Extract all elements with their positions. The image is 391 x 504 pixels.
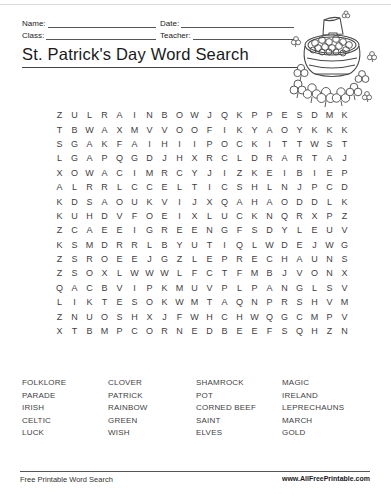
letter-grid: ZULRAINBOWJQKPPESDMKTBWAXMVVOOFIKYAOYKKK… — [52, 108, 352, 338]
header-row-2: Class: Teacher: — [22, 28, 298, 40]
grid-cell: V — [112, 209, 127, 223]
grid-cell: W — [247, 309, 262, 323]
grid-cell: S — [67, 238, 82, 252]
grid-cell: H — [247, 194, 262, 208]
grid-cell: C — [127, 324, 142, 338]
grid-cell: A — [277, 151, 292, 165]
grid-cell: G — [277, 309, 292, 323]
grid-cell: M — [247, 266, 262, 280]
grid-cell: P — [307, 180, 322, 194]
grid-cell: A — [112, 108, 127, 122]
grid-cell: G — [337, 238, 352, 252]
grid-cell: H — [307, 324, 322, 338]
name-blank-line — [48, 17, 156, 28]
grid-cell: G — [217, 223, 232, 237]
grid-cell: X — [187, 151, 202, 165]
grid-cell: O — [307, 266, 322, 280]
grid-cell: K — [52, 209, 67, 223]
grid-cell: U — [82, 309, 97, 323]
footer-left-text: Free Printable Word Search — [20, 475, 113, 484]
grid-cell: E — [247, 252, 262, 266]
grid-cell: F — [187, 266, 202, 280]
grid-cell: L — [232, 151, 247, 165]
grid-cell: C — [112, 166, 127, 180]
grid-cell: I — [127, 281, 142, 295]
grid-cell: T — [217, 266, 232, 280]
grid-cell: P — [337, 166, 352, 180]
grid-cell: B — [67, 122, 82, 136]
grid-cell: W — [142, 266, 157, 280]
grid-cell: L — [52, 151, 67, 165]
grid-cell: W — [82, 166, 97, 180]
grid-cell: F — [262, 324, 277, 338]
grid-cell: X — [97, 266, 112, 280]
grid-cell: W — [187, 108, 202, 122]
grid-cell: I — [217, 166, 232, 180]
grid-cell: W — [82, 122, 97, 136]
grid-cell: T — [52, 122, 67, 136]
grid-cell: V — [337, 223, 352, 237]
grid-cell: O — [97, 252, 112, 266]
grid-cell: V — [337, 281, 352, 295]
grid-cell: E — [112, 223, 127, 237]
word-list-item: IRISH — [22, 402, 108, 415]
grid-cell: H — [127, 309, 142, 323]
grid-cell: P — [112, 324, 127, 338]
grid-cell: B — [292, 166, 307, 180]
word-list-item: SAINT — [196, 415, 282, 428]
grid-cell: B — [82, 324, 97, 338]
grid-cell: P — [202, 137, 217, 151]
grid-cell: D — [67, 194, 82, 208]
class-label: Class: — [22, 31, 46, 40]
grid-cell: O — [277, 194, 292, 208]
grid-cell: L — [67, 180, 82, 194]
grid-cell: L — [142, 238, 157, 252]
grid-cell: A — [262, 194, 277, 208]
date-label: Date: — [160, 19, 181, 28]
grid-cell: A — [82, 151, 97, 165]
grid-cell: C — [127, 180, 142, 194]
grid-cell: B — [262, 266, 277, 280]
grid-cell: K — [337, 122, 352, 136]
grid-cell: H — [277, 252, 292, 266]
grid-cell: D — [307, 194, 322, 208]
grid-cell: I — [127, 166, 142, 180]
grid-cell: E — [112, 295, 127, 309]
grid-cell: J — [277, 266, 292, 280]
grid-cell: A — [52, 180, 67, 194]
grid-cell: H — [202, 309, 217, 323]
grid-cell: I — [262, 137, 277, 151]
grid-cell: I — [172, 137, 187, 151]
grid-cell: Q — [262, 309, 277, 323]
grid-cell: B — [97, 281, 112, 295]
grid-cell: G — [67, 137, 82, 151]
grid-cell: Y — [247, 122, 262, 136]
word-list-item: LUCK — [22, 427, 108, 440]
grid-cell: T — [307, 151, 322, 165]
grid-cell: O — [67, 166, 82, 180]
grid-cell: R — [157, 324, 172, 338]
grid-cell: E — [187, 324, 202, 338]
grid-cell: H — [82, 209, 97, 223]
grid-cell: Z — [52, 309, 67, 323]
grid-cell: M — [187, 295, 202, 309]
grid-cell: K — [307, 122, 322, 136]
grid-cell: X — [337, 266, 352, 280]
grid-cell: D — [337, 180, 352, 194]
grid-cell: C — [217, 180, 232, 194]
grid-cell: F — [202, 122, 217, 136]
grid-cell: H — [232, 309, 247, 323]
grid-cell: D — [307, 108, 322, 122]
grid-cell: A — [97, 122, 112, 136]
grid-cell: G — [67, 151, 82, 165]
grid-cell: V — [112, 281, 127, 295]
class-blank-line — [46, 29, 156, 40]
grid-cell: N — [142, 108, 157, 122]
grid-cell: A — [97, 166, 112, 180]
grid-cell: Q — [52, 281, 67, 295]
grid-cell: W — [157, 266, 172, 280]
grid-cell: X — [202, 194, 217, 208]
name-label: Name: — [22, 19, 48, 28]
grid-cell: O — [172, 122, 187, 136]
grid-cell: B — [217, 324, 232, 338]
grid-cell: N — [277, 281, 292, 295]
grid-cell: E — [157, 209, 172, 223]
grid-cell: N — [277, 180, 292, 194]
grid-cell: T — [97, 295, 112, 309]
grid-cell: O — [142, 209, 157, 223]
grid-cell: P — [217, 252, 232, 266]
grid-cell: A — [292, 252, 307, 266]
scan-artifact-line — [0, 4, 391, 5]
grid-cell: X — [112, 122, 127, 136]
word-list-item: ELVES — [196, 427, 282, 440]
grid-cell: N — [262, 209, 277, 223]
grid-cell: Z — [52, 266, 67, 280]
grid-cell: C — [172, 166, 187, 180]
grid-cell: L — [292, 223, 307, 237]
grid-cell: W — [322, 238, 337, 252]
grid-cell: L — [307, 281, 322, 295]
grid-cell: K — [82, 295, 97, 309]
grid-cell: L — [202, 209, 217, 223]
grid-cell: T — [67, 324, 82, 338]
grid-cell: J — [307, 238, 322, 252]
grid-cell: A — [127, 137, 142, 151]
grid-cell: U — [127, 194, 142, 208]
word-list-item: MAGIC — [282, 377, 370, 390]
word-list-column: MAGICIRELANDLEPRECHAUNSMARCHGOLD — [282, 377, 370, 440]
grid-cell: E — [187, 223, 202, 237]
word-list: FOLKLOREPARADEIRISHCELTICLUCKCLOVERPATRI… — [22, 377, 370, 440]
grid-cell: A — [232, 194, 247, 208]
grid-cell: K — [157, 281, 172, 295]
word-list-item: SHAMROCK — [196, 377, 282, 390]
footer-site-link[interactable]: www.AllFreePrintable.com — [282, 475, 370, 482]
grid-cell: V — [142, 122, 157, 136]
grid-cell: C — [82, 281, 97, 295]
grid-cell: K — [157, 295, 172, 309]
grid-cell: L — [232, 281, 247, 295]
grid-cell: K — [232, 108, 247, 122]
grid-cell: G — [127, 151, 142, 165]
grid-cell: N — [172, 324, 187, 338]
date-blank-line — [181, 17, 294, 28]
word-list-item: CLOVER — [108, 377, 196, 390]
grid-cell: S — [232, 180, 247, 194]
grid-cell: R — [112, 238, 127, 252]
grid-cell: J — [187, 194, 202, 208]
grid-cell: T — [202, 295, 217, 309]
grid-cell: T — [202, 238, 217, 252]
grid-cell: H — [247, 180, 262, 194]
grid-cell: K — [232, 122, 247, 136]
grid-cell: J — [142, 252, 157, 266]
grid-cell: R — [82, 180, 97, 194]
grid-cell: R — [97, 108, 112, 122]
grid-cell: M — [172, 281, 187, 295]
grid-cell: L — [172, 180, 187, 194]
grid-cell: T — [337, 137, 352, 151]
grid-cell: M — [337, 295, 352, 309]
grid-cell: K — [52, 194, 67, 208]
grid-cell: I — [142, 137, 157, 151]
grid-cell: I — [127, 108, 142, 122]
grid-cell: J — [292, 180, 307, 194]
grid-cell: L — [52, 295, 67, 309]
grid-cell: A — [322, 151, 337, 165]
teacher-field: Teacher: — [160, 29, 298, 40]
grid-cell: M — [127, 122, 142, 136]
grid-cell: D — [247, 151, 262, 165]
grid-cell: L — [187, 252, 202, 266]
grid-cell: S — [247, 223, 262, 237]
grid-cell: K — [97, 137, 112, 151]
grid-cell: E — [307, 223, 322, 237]
grid-cell: D — [262, 223, 277, 237]
grid-cell: N — [67, 309, 82, 323]
grid-cell: P — [247, 108, 262, 122]
date-field: Date: — [160, 17, 298, 28]
grid-cell: D — [142, 151, 157, 165]
grid-cell: E — [247, 324, 262, 338]
grid-cell: I — [187, 137, 202, 151]
grid-cell: X — [142, 309, 157, 323]
grid-cell: M — [322, 108, 337, 122]
grid-cell: U — [307, 252, 322, 266]
grid-cell: I — [217, 122, 232, 136]
grid-cell: C — [142, 180, 157, 194]
name-field: Name: — [22, 17, 160, 28]
grid-cell: K — [247, 209, 262, 223]
grid-cell: S — [67, 266, 82, 280]
grid-cell: X — [307, 209, 322, 223]
grid-cell: C — [262, 252, 277, 266]
grid-cell: Z — [322, 324, 337, 338]
grid-cell: N — [337, 324, 352, 338]
grid-cell: Q — [217, 194, 232, 208]
grid-cell: C — [292, 309, 307, 323]
word-list-item: GREEN — [108, 415, 196, 428]
grid-cell: Y — [292, 122, 307, 136]
grid-cell: O — [112, 194, 127, 208]
grid-cell: U — [67, 209, 82, 223]
word-list-column: SHAMROCKPOTCORNED BEEFSAINTELVES — [196, 377, 282, 440]
grid-cell: Q — [232, 295, 247, 309]
grid-cell: D — [97, 209, 112, 223]
grid-cell: K — [322, 122, 337, 136]
grid-cell: I — [172, 209, 187, 223]
grid-cell: R — [292, 209, 307, 223]
grid-cell: E — [112, 252, 127, 266]
grid-cell: F — [232, 266, 247, 280]
grid-cell: S — [127, 295, 142, 309]
grid-cell: G — [292, 281, 307, 295]
grid-cell: P — [217, 281, 232, 295]
grid-cell: M — [142, 166, 157, 180]
grid-cell: M — [307, 309, 322, 323]
grid-cell: B — [157, 238, 172, 252]
word-list-column: CLOVERPATRICKRAINBOWGREENWISH — [108, 377, 196, 440]
grid-cell: C — [232, 137, 247, 151]
grid-cell: Z — [337, 209, 352, 223]
grid-cell: N — [247, 295, 262, 309]
grid-cell: Z — [52, 223, 67, 237]
grid-cell: D — [292, 194, 307, 208]
grid-cell: W — [172, 295, 187, 309]
grid-cell: I — [217, 238, 232, 252]
grid-cell: X — [52, 324, 67, 338]
grid-cell: O — [82, 266, 97, 280]
grid-cell: E — [292, 238, 307, 252]
grid-cell: R — [232, 252, 247, 266]
teacher-label: Teacher: — [160, 31, 193, 40]
footer: Free Printable Word Search www.AllFreePr… — [20, 471, 370, 484]
grid-cell: L — [322, 194, 337, 208]
grid-cell: C — [232, 209, 247, 223]
word-list-item: CELTIC — [22, 415, 108, 428]
grid-cell: R — [277, 295, 292, 309]
grid-cell: E — [127, 252, 142, 266]
grid-cell: U — [322, 223, 337, 237]
grid-cell: O — [97, 309, 112, 323]
grid-cell: S — [67, 252, 82, 266]
grid-cell: V — [292, 266, 307, 280]
grid-cell: N — [202, 223, 217, 237]
grid-cell: V — [337, 309, 352, 323]
grid-cell: J — [157, 151, 172, 165]
grid-cell: U — [67, 108, 82, 122]
grid-cell: S — [322, 137, 337, 151]
grid-cell: D — [202, 324, 217, 338]
word-list-item: IRELAND — [282, 390, 370, 403]
grid-cell: I — [277, 166, 292, 180]
header-row-1: Name: Date: — [22, 16, 298, 28]
grid-cell: F — [232, 223, 247, 237]
grid-cell: I — [307, 166, 322, 180]
grid-cell: J — [202, 166, 217, 180]
grid-cell: Q — [232, 238, 247, 252]
grid-cell: C — [322, 180, 337, 194]
grid-cell: J — [337, 151, 352, 165]
grid-cell: K — [52, 238, 67, 252]
worksheet-header: Name: Date: Class: Teacher: St. Patrick'… — [22, 16, 298, 68]
grid-cell: C — [202, 266, 217, 280]
grid-cell: E — [97, 223, 112, 237]
grid-cell: A — [67, 281, 82, 295]
grid-cell: E — [262, 166, 277, 180]
grid-cell: Z — [52, 108, 67, 122]
grid-cell: C — [217, 309, 232, 323]
grid-cell: R — [262, 151, 277, 165]
word-list-item: POT — [196, 390, 282, 403]
grid-cell: T — [277, 137, 292, 151]
grid-cell: R — [157, 166, 172, 180]
grid-cell: C — [67, 223, 82, 237]
word-list-item: PARADE — [22, 390, 108, 403]
word-list-item: CORNED BEEF — [196, 402, 282, 415]
grid-cell: O — [172, 108, 187, 122]
grid-cell: T — [292, 137, 307, 151]
grid-cell: A — [262, 122, 277, 136]
grid-cell: E — [232, 324, 247, 338]
grid-cell: W — [262, 238, 277, 252]
grid-cell: B — [157, 108, 172, 122]
grid-cell: O — [187, 122, 202, 136]
grid-cell: R — [157, 223, 172, 237]
word-list-item: GOLD — [282, 427, 370, 440]
grid-cell: T — [187, 180, 202, 194]
grid-cell: F — [112, 137, 127, 151]
grid-cell: L — [172, 266, 187, 280]
grid-cell: J — [202, 108, 217, 122]
grid-cell: Y — [172, 238, 187, 252]
grid-cell: Q — [292, 324, 307, 338]
grid-cell: K — [247, 137, 262, 151]
grid-cell: M — [97, 324, 112, 338]
grid-cell: Y — [277, 223, 292, 237]
grid-cell: Z — [172, 252, 187, 266]
grid-cell: O — [277, 122, 292, 136]
grid-cell: P — [247, 281, 262, 295]
grid-cell: D — [277, 238, 292, 252]
grid-cell: S — [292, 108, 307, 122]
grid-cell: S — [82, 194, 97, 208]
teacher-blank-line — [193, 29, 294, 40]
grid-cell: W — [307, 137, 322, 151]
page-title: St. Patrick's Day Word Search — [22, 40, 298, 68]
grid-cell: L — [112, 180, 127, 194]
grid-cell: A — [217, 295, 232, 309]
grid-cell: H — [172, 151, 187, 165]
grid-cell: K — [142, 194, 157, 208]
grid-cell: Q — [217, 108, 232, 122]
grid-cell: N — [322, 252, 337, 266]
grid-cell: R — [127, 238, 142, 252]
grid-cell: V — [157, 122, 172, 136]
grid-cell: D — [97, 238, 112, 252]
grid-cell: U — [187, 238, 202, 252]
grid-cell: I — [202, 180, 217, 194]
grid-cell: K — [337, 108, 352, 122]
word-list-item: RAINBOW — [108, 402, 196, 415]
grid-cell: Y — [187, 166, 202, 180]
grid-cell: X — [187, 209, 202, 223]
